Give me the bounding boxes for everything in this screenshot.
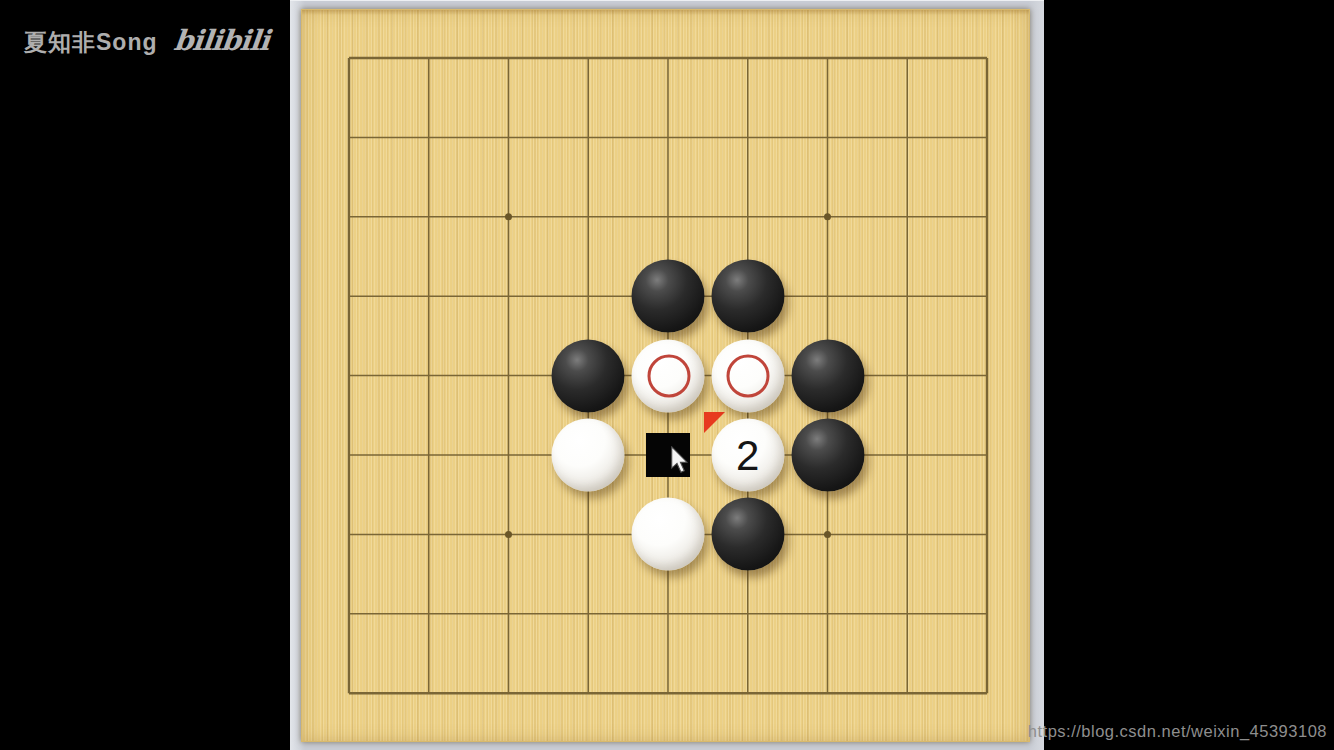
stone-white-5-5[interactable]	[632, 339, 705, 412]
stone-black-7-5[interactable]	[791, 339, 864, 412]
goban[interactable]: 2	[301, 9, 1030, 742]
branding: 夏知非Song bilibili	[24, 24, 268, 58]
stone-white-6-6[interactable]: 2	[711, 419, 784, 492]
stone-black-6-4[interactable]	[711, 260, 784, 333]
channel-name: 夏知非Song	[24, 27, 158, 58]
stone-white-6-5[interactable]	[711, 339, 784, 412]
bilibili-logo: bilibili	[172, 24, 270, 57]
red-circle-marker	[727, 355, 770, 398]
star-point	[505, 531, 512, 538]
stone-white-4-6[interactable]	[552, 419, 625, 492]
stone-number-label: 2	[711, 419, 784, 492]
stone-black-6-7[interactable]	[711, 498, 784, 571]
mouse-cursor-icon	[670, 446, 689, 478]
board-frame: 2	[290, 0, 1044, 750]
star-point	[824, 213, 831, 220]
red-circle-marker	[647, 355, 690, 398]
video-frame: 夏知非Song bilibili 2 https://blog.csdn.net…	[0, 0, 1334, 750]
star-point	[505, 213, 512, 220]
stone-black-4-5[interactable]	[552, 339, 625, 412]
stone-black-5-4[interactable]	[632, 260, 705, 333]
star-point	[824, 531, 831, 538]
stone-black-7-6[interactable]	[791, 419, 864, 492]
watermark-url: https://blog.csdn.net/weixin_45393108	[1028, 722, 1327, 741]
stone-white-5-7[interactable]	[632, 498, 705, 571]
